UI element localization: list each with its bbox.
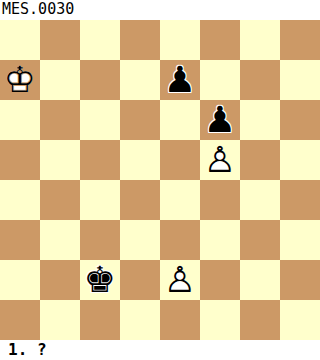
square-c1[interactable] xyxy=(80,300,120,340)
square-c6[interactable] xyxy=(80,100,120,140)
square-b1[interactable] xyxy=(40,300,80,340)
square-e3[interactable] xyxy=(160,220,200,260)
black-pawn[interactable]: ♟ xyxy=(200,100,240,140)
square-f3[interactable] xyxy=(200,220,240,260)
square-b3[interactable] xyxy=(40,220,80,260)
square-d8[interactable] xyxy=(120,20,160,60)
black-pawn[interactable]: ♟ xyxy=(160,60,200,100)
white-king[interactable]: ♚ xyxy=(0,60,40,100)
square-g4[interactable] xyxy=(240,180,280,220)
square-g7[interactable] xyxy=(240,60,280,100)
square-d3[interactable] xyxy=(120,220,160,260)
square-b8[interactable] xyxy=(40,20,80,60)
square-d5[interactable] xyxy=(120,140,160,180)
square-b2[interactable] xyxy=(40,260,80,300)
square-g6[interactable] xyxy=(240,100,280,140)
square-g3[interactable] xyxy=(240,220,280,260)
white-king-outline: ♔ xyxy=(0,60,40,100)
square-g2[interactable] xyxy=(240,260,280,300)
square-e4[interactable] xyxy=(160,180,200,220)
square-g5[interactable] xyxy=(240,140,280,180)
square-b6[interactable] xyxy=(40,100,80,140)
black-king[interactable]: ♚ xyxy=(80,260,120,300)
square-e5[interactable] xyxy=(160,140,200,180)
square-d2[interactable] xyxy=(120,260,160,300)
square-d7[interactable] xyxy=(120,60,160,100)
square-b5[interactable] xyxy=(40,140,80,180)
square-f8[interactable] xyxy=(200,20,240,60)
square-h8[interactable] xyxy=(280,20,320,60)
square-a5[interactable] xyxy=(0,140,40,180)
square-h3[interactable] xyxy=(280,220,320,260)
square-h1[interactable] xyxy=(280,300,320,340)
square-d4[interactable] xyxy=(120,180,160,220)
square-e7[interactable]: ♟ xyxy=(160,60,200,100)
square-c5[interactable] xyxy=(80,140,120,180)
square-f4[interactable] xyxy=(200,180,240,220)
square-a8[interactable] xyxy=(0,20,40,60)
square-a3[interactable] xyxy=(0,220,40,260)
square-b4[interactable] xyxy=(40,180,80,220)
square-e8[interactable] xyxy=(160,20,200,60)
square-h5[interactable] xyxy=(280,140,320,180)
square-h6[interactable] xyxy=(280,100,320,140)
square-a6[interactable] xyxy=(0,100,40,140)
square-f1[interactable] xyxy=(200,300,240,340)
square-c8[interactable] xyxy=(80,20,120,60)
square-f7[interactable] xyxy=(200,60,240,100)
square-f5[interactable]: ♟♙ xyxy=(200,140,240,180)
square-c7[interactable] xyxy=(80,60,120,100)
square-a2[interactable] xyxy=(0,260,40,300)
square-f6[interactable]: ♟ xyxy=(200,100,240,140)
move-prompt: 1. ? xyxy=(0,340,320,360)
square-a1[interactable] xyxy=(0,300,40,340)
square-f2[interactable] xyxy=(200,260,240,300)
white-pawn[interactable]: ♟ xyxy=(200,140,240,180)
square-d6[interactable] xyxy=(120,100,160,140)
white-pawn-outline: ♙ xyxy=(160,260,200,300)
square-h2[interactable] xyxy=(280,260,320,300)
white-pawn[interactable]: ♟ xyxy=(160,260,200,300)
square-c3[interactable] xyxy=(80,220,120,260)
square-g8[interactable] xyxy=(240,20,280,60)
white-pawn-outline: ♙ xyxy=(200,140,240,180)
square-a7[interactable]: ♚♔ xyxy=(0,60,40,100)
square-d1[interactable] xyxy=(120,300,160,340)
square-c2[interactable]: ♚ xyxy=(80,260,120,300)
square-g1[interactable] xyxy=(240,300,280,340)
square-c4[interactable] xyxy=(80,180,120,220)
square-e2[interactable]: ♟♙ xyxy=(160,260,200,300)
square-e1[interactable] xyxy=(160,300,200,340)
chess-board: ♚♔♟♟♟♙♚♟♙ xyxy=(0,20,320,340)
square-h7[interactable] xyxy=(280,60,320,100)
square-h4[interactable] xyxy=(280,180,320,220)
square-e6[interactable] xyxy=(160,100,200,140)
square-a4[interactable] xyxy=(0,180,40,220)
puzzle-title: MES.0030 xyxy=(0,0,320,20)
square-b7[interactable] xyxy=(40,60,80,100)
